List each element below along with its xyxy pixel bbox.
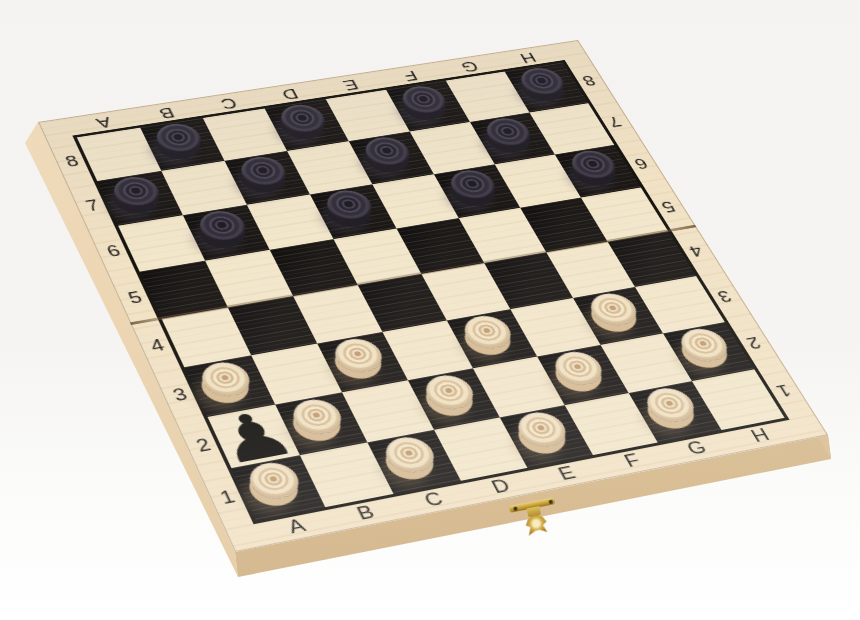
brass-clasp-icon: [509, 497, 563, 543]
scene: ABCDEFGH ABCDEFGH 87654321 87654321 ⛂⛂⛂⛂…: [0, 0, 860, 620]
white-man-h2[interactable]: ⛀: [674, 326, 734, 365]
clasp-screw-right: [548, 499, 553, 504]
black-man-g7[interactable]: ⛂: [480, 116, 536, 150]
white-man-e3[interactable]: ⛀: [458, 313, 518, 352]
black-man-b6[interactable]: ⛂: [194, 208, 251, 245]
black-man-c7[interactable]: ⛂: [235, 154, 291, 189]
white-man-c3[interactable]: ⛀: [329, 336, 389, 376]
white-man-c1[interactable]: ⛀: [379, 434, 441, 476]
white-man-g3[interactable]: ⛀: [584, 291, 643, 329]
black-man-d6[interactable]: ⛂: [321, 188, 378, 224]
white-man-b2[interactable]: ⛀: [287, 396, 348, 437]
black-man-h8[interactable]: ⛂: [515, 66, 570, 99]
black-man-f8[interactable]: ⛂: [397, 84, 452, 117]
white-man-d2[interactable]: ⛀: [419, 372, 480, 412]
white-man-f2[interactable]: ⛀: [548, 349, 608, 389]
black-man-e7[interactable]: ⛂: [359, 135, 415, 170]
white-man-e1[interactable]: ⛀: [511, 409, 572, 450]
black-man-d8[interactable]: ⛂: [275, 102, 330, 136]
black-man-b8[interactable]: ⛂: [151, 121, 207, 156]
clasp-screw-left: [513, 506, 518, 511]
black-man-h6[interactable]: ⛂: [565, 148, 622, 183]
black-man-f6[interactable]: ⛂: [445, 168, 502, 203]
white-man-g1[interactable]: ⛀: [640, 385, 701, 425]
black-man-a7[interactable]: ⛂: [108, 174, 164, 210]
white-man-a3[interactable]: ⛀: [196, 359, 256, 400]
